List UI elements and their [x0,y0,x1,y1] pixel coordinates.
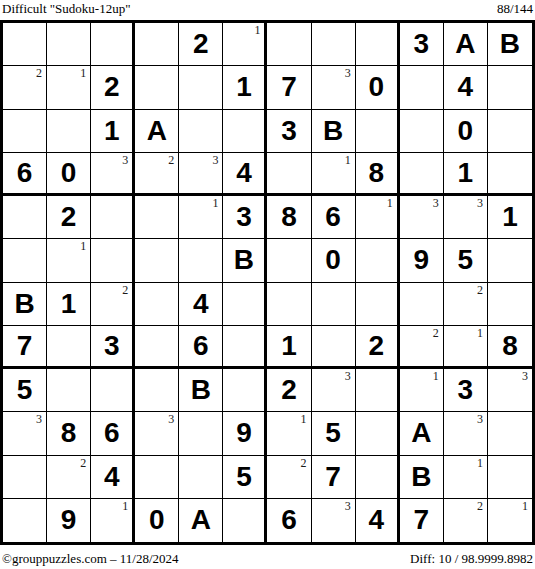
cell-r3c6[interactable] [223,110,267,153]
given-value: A [411,419,431,447]
cell-r11c7[interactable]: 2 [267,456,311,499]
cell-r4c1: 6 [3,153,47,196]
cell-r7c7[interactable] [267,283,311,326]
given-value: 6 [193,332,209,360]
hint-number: 1 [522,500,528,512]
hint-number: 2 [477,284,483,296]
cell-r3c2[interactable] [47,110,91,153]
given-value: B [14,290,34,318]
cell-r1c9[interactable] [356,23,400,66]
given-value: 1 [236,73,252,101]
cell-r4c10[interactable] [400,153,444,196]
cell-r6c4[interactable] [135,239,179,282]
hint-number: 1 [80,67,86,79]
hint-number: 1 [477,327,483,339]
cell-r9c8[interactable]: 3 [312,369,356,412]
hint-number: 1 [212,197,218,209]
puzzle-title: Difficult "Sudoku-12up" [2,2,130,16]
difficulty: Diff: 10 / 98.9999.8982 [410,551,533,566]
cell-r5c2: 2 [47,196,91,239]
cell-r2c7: 7 [267,66,311,109]
cell-r7c6[interactable] [223,283,267,326]
hint-number: 3 [345,500,351,512]
cell-r8c8[interactable] [312,326,356,369]
cell-r3c7: 3 [267,110,311,153]
cell-r11c11[interactable]: 1 [444,456,488,499]
cell-r1c11: A [444,23,488,66]
cell-r4c2: 0 [47,153,91,196]
cell-r4c4[interactable]: 2 [135,153,179,196]
cell-r10c11[interactable]: 3 [444,412,488,455]
cell-r5c10[interactable]: 3 [400,196,444,239]
given-value: 5 [325,419,341,447]
cell-r11c2[interactable]: 2 [47,456,91,499]
hint-number: 3 [122,154,128,166]
cell-r4c5[interactable]: 3 [179,153,223,196]
header: Difficult "Sudoku-12up" 88/144 [0,0,535,20]
hint-number: 2 [122,284,128,296]
given-value: 1 [61,290,77,318]
given-value: 7 [325,463,341,491]
given-value: 4 [236,159,252,187]
cell-r2c2[interactable]: 1 [47,66,91,109]
cell-r3c11: 0 [444,110,488,153]
cell-r10c9[interactable] [356,412,400,455]
cell-r6c2[interactable]: 1 [47,239,91,282]
cell-r9c4[interactable] [135,369,179,412]
cell-r3c1[interactable] [3,110,47,153]
given-value: 0 [61,159,77,187]
given-value: 5 [236,463,252,491]
cell-r5c6: 3 [223,196,267,239]
cell-r9c11: 3 [444,369,488,412]
cell-r10c7[interactable]: 1 [267,412,311,455]
cell-r5c1[interactable] [3,196,47,239]
given-value: 0 [149,506,165,534]
cell-r9c12[interactable]: 3 [488,369,532,412]
given-value: 9 [413,246,429,274]
cell-r3c5[interactable] [179,110,223,153]
cell-r10c10: A [400,412,444,455]
hint-number: 1 [80,240,86,252]
cell-r8c9: 2 [356,326,400,369]
cell-r12c7: 6 [267,499,311,542]
hint-number: 1 [254,24,260,36]
cell-r9c9[interactable] [356,369,400,412]
cell-r11c1[interactable] [3,456,47,499]
cell-r8c6[interactable] [223,326,267,369]
cell-r12c1[interactable] [3,499,47,542]
cell-r10c4[interactable]: 3 [135,412,179,455]
cell-r7c12[interactable] [488,283,532,326]
given-value: 1 [502,203,518,231]
cell-r8c5: 6 [179,326,223,369]
cell-r5c9[interactable]: 1 [356,196,400,239]
cell-r1c5: 2 [179,23,223,66]
given-value: 6 [104,419,120,447]
hint-number: 2 [477,500,483,512]
given-value: B [500,30,520,58]
cell-r11c6: 5 [223,456,267,499]
cell-r10c5[interactable] [179,412,223,455]
cell-r7c5: 4 [179,283,223,326]
puzzle-counter: 88/144 [497,2,533,16]
cell-r3c4: A [135,110,179,153]
cell-r2c4[interactable] [135,66,179,109]
given-value: 3 [281,117,297,145]
cell-r2c1[interactable]: 2 [3,66,47,109]
cell-r11c5[interactable] [179,456,223,499]
cell-r2c9: 0 [356,66,400,109]
hint-number: 1 [122,500,128,512]
cell-r12c5: A [179,499,223,542]
copyright: ©grouppuzzles.com – 11/28/2024 [2,551,179,566]
cell-r8c1: 7 [3,326,47,369]
cell-r5c7: 8 [267,196,311,239]
hint-number: 3 [433,197,439,209]
cell-r7c3[interactable]: 2 [91,283,135,326]
footer: ©grouppuzzles.com – 11/28/2024 Diff: 10 … [0,547,535,569]
given-value: A [191,506,211,534]
cell-r8c11[interactable]: 1 [444,326,488,369]
cell-r2c8[interactable]: 3 [312,66,356,109]
cell-r3c9[interactable] [356,110,400,153]
cell-r8c10[interactable]: 2 [400,326,444,369]
cell-r12c11[interactable]: 2 [444,499,488,542]
cell-r4c7[interactable] [267,153,311,196]
given-value: 2 [368,332,384,360]
hint-number: 2 [433,327,439,339]
hint-number: 1 [387,197,393,209]
hint-number: 2 [301,457,307,469]
given-value: 0 [325,246,341,274]
given-value: 2 [61,203,77,231]
cell-r7c10[interactable] [400,283,444,326]
cell-r2c5[interactable] [179,66,223,109]
cell-r11c3: 4 [91,456,135,499]
cell-r10c6: 9 [223,412,267,455]
hint-number: 1 [301,413,307,425]
cell-r4c11: 1 [444,153,488,196]
given-value: 2 [104,73,120,101]
cell-r5c5[interactable]: 1 [179,196,223,239]
cell-r8c2[interactable] [47,326,91,369]
cell-r1c1[interactable] [3,23,47,66]
cell-r7c9[interactable] [356,283,400,326]
given-value: B [411,463,431,491]
cell-r1c6[interactable]: 1 [223,23,267,66]
given-value: 3 [458,376,474,404]
given-value: 4 [458,73,474,101]
cell-r11c9[interactable] [356,456,400,499]
cell-r7c8[interactable] [312,283,356,326]
cell-r7c2: 1 [47,283,91,326]
hint-number: 3 [477,413,483,425]
given-value: 7 [413,506,429,534]
given-value: 3 [413,30,429,58]
cell-r6c7[interactable] [267,239,311,282]
cell-r7c1: B [3,283,47,326]
cell-r2c12[interactable] [488,66,532,109]
cell-r2c6: 1 [223,66,267,109]
cell-r6c11: 5 [444,239,488,282]
given-value: 7 [17,332,33,360]
cell-r7c11[interactable]: 2 [444,283,488,326]
cell-r8c3: 3 [91,326,135,369]
hint-number: 2 [168,154,174,166]
cell-r1c8[interactable] [312,23,356,66]
cell-r5c11[interactable]: 3 [444,196,488,239]
cell-r11c4[interactable] [135,456,179,499]
given-value: B [234,246,254,274]
cell-r10c1[interactable]: 3 [3,412,47,455]
given-value: B [191,376,211,404]
given-value: 6 [325,203,341,231]
given-value: A [147,117,167,145]
given-value: 9 [236,419,252,447]
cell-r12c6[interactable] [223,499,267,542]
cell-r3c10[interactable] [400,110,444,153]
given-value: 8 [368,159,384,187]
given-value: 4 [104,463,120,491]
cell-r6c9[interactable] [356,239,400,282]
given-value: B [323,117,343,145]
cell-r8c4[interactable] [135,326,179,369]
given-value: 9 [61,506,77,534]
cell-r6c1[interactable] [3,239,47,282]
cell-r6c12[interactable] [488,239,532,282]
cell-r2c10[interactable] [400,66,444,109]
cell-r4c8[interactable]: 1 [312,153,356,196]
cell-r6c6: B [223,239,267,282]
hint-number: 2 [36,67,42,79]
cell-r4c9: 8 [356,153,400,196]
cell-r6c10: 9 [400,239,444,282]
cell-r1c7[interactable] [267,23,311,66]
cell-r8c12: 8 [488,326,532,369]
cell-r12c12[interactable]: 1 [488,499,532,542]
hint-number: 2 [80,457,86,469]
cell-r9c2[interactable] [47,369,91,412]
cell-r12c8[interactable]: 3 [312,499,356,542]
given-value: 3 [104,332,120,360]
cell-r9c6[interactable] [223,369,267,412]
cell-r3c3: 1 [91,110,135,153]
cell-r1c4[interactable] [135,23,179,66]
given-value: 4 [193,290,209,318]
hint-number: 3 [168,413,174,425]
cell-r6c5[interactable] [179,239,223,282]
cell-r5c3[interactable] [91,196,135,239]
cell-r8c7: 1 [267,326,311,369]
cell-r7c4[interactable] [135,283,179,326]
cell-r3c12[interactable] [488,110,532,153]
cell-r2c3: 2 [91,66,135,109]
cell-r11c8: 7 [312,456,356,499]
given-value: 1 [458,159,474,187]
cell-r10c12[interactable] [488,412,532,455]
cell-r11c10: B [400,456,444,499]
cell-r12c3[interactable]: 1 [91,499,135,542]
hint-number: 1 [477,457,483,469]
hint-number: 1 [345,154,351,166]
cell-r1c10: 3 [400,23,444,66]
cell-r4c12[interactable] [488,153,532,196]
given-value: 2 [193,30,209,58]
hint-number: 3 [36,413,42,425]
given-value: 4 [368,506,384,534]
cell-r3c8: B [312,110,356,153]
given-value: 7 [281,73,297,101]
page: Difficult "Sudoku-12up" 88/144 213AB2121… [0,0,535,569]
hint-number: 3 [522,370,528,382]
cell-r5c8: 6 [312,196,356,239]
given-value: 8 [281,203,297,231]
cell-r9c3[interactable] [91,369,135,412]
given-value: 1 [104,117,120,145]
given-value: 8 [61,419,77,447]
cell-r10c8: 5 [312,412,356,455]
cell-r4c3[interactable]: 3 [91,153,135,196]
cell-r5c12: 1 [488,196,532,239]
hint-number: 3 [212,154,218,166]
cell-r1c3[interactable] [91,23,135,66]
hint-number: 3 [345,67,351,79]
cell-r2c11: 4 [444,66,488,109]
cell-r9c5: B [179,369,223,412]
given-value: 6 [17,159,33,187]
given-value: A [455,30,475,58]
cell-r6c8: 0 [312,239,356,282]
given-value: 0 [458,117,474,145]
cell-r9c10[interactable]: 1 [400,369,444,412]
cell-r10c2: 8 [47,412,91,455]
cell-r9c7: 2 [267,369,311,412]
cell-r1c2[interactable] [47,23,91,66]
cell-r9c1: 5 [3,369,47,412]
hint-number: 3 [345,370,351,382]
cell-r12c2: 9 [47,499,91,542]
cell-r12c4: 0 [135,499,179,542]
cell-r10c3: 6 [91,412,135,455]
hint-number: 1 [433,370,439,382]
given-value: 6 [281,506,297,534]
cell-r1c12: B [488,23,532,66]
given-value: 5 [458,246,474,274]
given-value: 3 [236,203,252,231]
hint-number: 3 [477,197,483,209]
cell-r11c12[interactable] [488,456,532,499]
cell-r6c3[interactable] [91,239,135,282]
given-value: 0 [368,73,384,101]
cell-r12c10: 7 [400,499,444,542]
given-value: 8 [502,332,518,360]
cell-r4c6: 4 [223,153,267,196]
given-value: 1 [281,332,297,360]
given-value: 5 [17,376,33,404]
sudoku-board: 213AB212173041A3B06032341812138613311B09… [0,20,535,545]
given-value: 2 [281,376,297,404]
cell-r12c9: 4 [356,499,400,542]
cell-r5c4[interactable] [135,196,179,239]
